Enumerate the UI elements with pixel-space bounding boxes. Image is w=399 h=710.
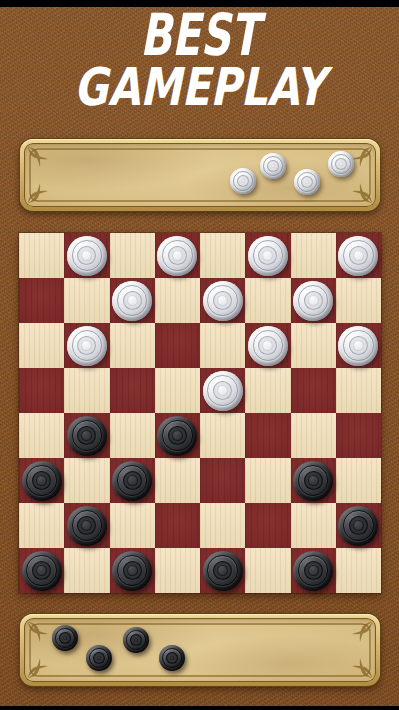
square-r7c1: [64, 548, 109, 593]
square-r0c3[interactable]: [155, 233, 200, 278]
black-checker[interactable]: [112, 461, 152, 501]
square-r1c4[interactable]: [200, 278, 245, 323]
square-r5c0[interactable]: [19, 458, 64, 503]
square-r7c4[interactable]: [200, 548, 245, 593]
square-r3c5: [245, 368, 290, 413]
black-checker[interactable]: [112, 551, 152, 591]
square-r0c4: [200, 233, 245, 278]
square-r4c3[interactable]: [155, 413, 200, 458]
square-r1c0[interactable]: [19, 278, 64, 323]
captured-black-piece: [123, 627, 149, 653]
black-checker[interactable]: [203, 551, 243, 591]
black-checker[interactable]: [22, 551, 62, 591]
square-r0c2: [110, 233, 155, 278]
square-r0c6: [291, 233, 336, 278]
square-r1c7: [336, 278, 381, 323]
square-r7c5: [245, 548, 290, 593]
captured-black-piece: [86, 645, 112, 671]
white-checker[interactable]: [203, 281, 243, 321]
square-r7c7: [336, 548, 381, 593]
black-checker[interactable]: [22, 461, 62, 501]
captured-white-tray: [20, 139, 380, 211]
square-r4c6: [291, 413, 336, 458]
white-checker[interactable]: [203, 371, 243, 411]
square-r3c0[interactable]: [19, 368, 64, 413]
tray-parchment: [24, 143, 376, 207]
square-r3c7: [336, 368, 381, 413]
square-r4c4: [200, 413, 245, 458]
white-checker[interactable]: [293, 281, 333, 321]
square-r7c3: [155, 548, 200, 593]
square-r0c1[interactable]: [64, 233, 109, 278]
captured-white-piece: [260, 153, 286, 179]
black-checker[interactable]: [293, 551, 333, 591]
square-r0c5[interactable]: [245, 233, 290, 278]
white-checker[interactable]: [67, 326, 107, 366]
square-r2c2: [110, 323, 155, 368]
square-r6c4: [200, 503, 245, 548]
captured-white-piece: [294, 169, 320, 195]
square-r1c6[interactable]: [291, 278, 336, 323]
square-r4c0: [19, 413, 64, 458]
square-r4c7[interactable]: [336, 413, 381, 458]
black-checker[interactable]: [67, 506, 107, 546]
square-r1c3: [155, 278, 200, 323]
square-r3c2[interactable]: [110, 368, 155, 413]
square-r6c5[interactable]: [245, 503, 290, 548]
square-r5c5: [245, 458, 290, 503]
app-title: BEST GAMEPLAY: [0, 8, 399, 113]
square-r2c4: [200, 323, 245, 368]
square-r4c5[interactable]: [245, 413, 290, 458]
white-checker[interactable]: [248, 236, 288, 276]
square-r5c4[interactable]: [200, 458, 245, 503]
status-bar-top: [0, 0, 399, 7]
captured-black-piece: [159, 645, 185, 671]
square-r5c1: [64, 458, 109, 503]
square-r7c2[interactable]: [110, 548, 155, 593]
square-r3c6[interactable]: [291, 368, 336, 413]
square-r6c2: [110, 503, 155, 548]
white-checker[interactable]: [338, 326, 378, 366]
captured-white-piece: [230, 168, 256, 194]
square-r6c6: [291, 503, 336, 548]
square-r2c5[interactable]: [245, 323, 290, 368]
black-checker[interactable]: [293, 461, 333, 501]
white-checker[interactable]: [338, 236, 378, 276]
square-r2c6: [291, 323, 336, 368]
title-line-1: BEST: [56, 8, 343, 63]
captured-black-piece: [52, 625, 78, 651]
square-r2c7[interactable]: [336, 323, 381, 368]
square-r5c7: [336, 458, 381, 503]
square-r2c1[interactable]: [64, 323, 109, 368]
square-r7c6[interactable]: [291, 548, 336, 593]
square-r7c0[interactable]: [19, 548, 64, 593]
square-r1c5: [245, 278, 290, 323]
square-r6c7[interactable]: [336, 503, 381, 548]
app-screen: BEST GAMEPLAY: [0, 0, 399, 710]
square-r3c3: [155, 368, 200, 413]
captured-black-tray: [20, 614, 380, 686]
square-r6c3[interactable]: [155, 503, 200, 548]
black-checker[interactable]: [157, 416, 197, 456]
white-checker[interactable]: [157, 236, 197, 276]
square-r5c3: [155, 458, 200, 503]
square-r0c0: [19, 233, 64, 278]
square-r2c0: [19, 323, 64, 368]
square-r5c6[interactable]: [291, 458, 336, 503]
square-r3c4[interactable]: [200, 368, 245, 413]
square-r0c7[interactable]: [336, 233, 381, 278]
white-checker[interactable]: [248, 326, 288, 366]
square-r6c0: [19, 503, 64, 548]
captured-white-piece: [328, 151, 354, 177]
status-bar-bottom: [0, 706, 399, 710]
square-r4c2: [110, 413, 155, 458]
checkers-board: [19, 233, 381, 593]
square-r1c1: [64, 278, 109, 323]
black-checker[interactable]: [338, 506, 378, 546]
white-checker[interactable]: [67, 236, 107, 276]
title-line-2: GAMEPLAY: [40, 61, 359, 113]
black-checker[interactable]: [67, 416, 107, 456]
white-checker[interactable]: [112, 281, 152, 321]
square-r1c2[interactable]: [110, 278, 155, 323]
square-r6c1[interactable]: [64, 503, 109, 548]
tray-parchment: [24, 618, 376, 682]
square-r2c3[interactable]: [155, 323, 200, 368]
square-r3c1: [64, 368, 109, 413]
square-r5c2[interactable]: [110, 458, 155, 503]
square-r4c1[interactable]: [64, 413, 109, 458]
